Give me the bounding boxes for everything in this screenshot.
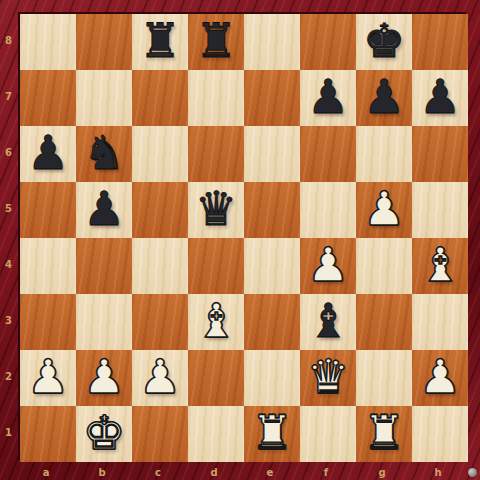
square-g2[interactable] (356, 350, 412, 406)
square-c4[interactable] (132, 238, 188, 294)
square-e2[interactable] (244, 350, 300, 406)
piece-black-pawn[interactable]: ♟ (419, 73, 461, 120)
square-f4[interactable]: ♟ (300, 238, 356, 294)
square-g4[interactable] (356, 238, 412, 294)
square-d6[interactable] (188, 126, 244, 182)
square-h2[interactable]: ♟ (412, 350, 468, 406)
square-a4[interactable] (20, 238, 76, 294)
square-g6[interactable] (356, 126, 412, 182)
square-b2[interactable]: ♟ (76, 350, 132, 406)
piece-black-rook[interactable]: ♜ (195, 17, 237, 64)
square-c1[interactable] (132, 406, 188, 462)
square-h8[interactable] (412, 14, 468, 70)
square-e1[interactable]: ♜ (244, 406, 300, 462)
square-h5[interactable] (412, 182, 468, 238)
square-d4[interactable] (188, 238, 244, 294)
square-a3[interactable] (20, 294, 76, 350)
piece-white-rook[interactable]: ♜ (251, 409, 293, 456)
square-g7[interactable]: ♟ (356, 70, 412, 126)
piece-white-pawn[interactable]: ♟ (27, 353, 69, 400)
square-f6[interactable] (300, 126, 356, 182)
square-e8[interactable] (244, 14, 300, 70)
square-h6[interactable] (412, 126, 468, 182)
square-h3[interactable] (412, 294, 468, 350)
square-e4[interactable] (244, 238, 300, 294)
square-c2[interactable]: ♟ (132, 350, 188, 406)
piece-white-queen[interactable]: ♛ (307, 353, 349, 400)
piece-white-pawn[interactable]: ♟ (307, 241, 349, 288)
piece-white-pawn[interactable]: ♟ (419, 353, 461, 400)
piece-white-bishop[interactable]: ♝ (419, 241, 461, 288)
square-g8[interactable]: ♚ (356, 14, 412, 70)
square-c3[interactable] (132, 294, 188, 350)
square-f2[interactable]: ♛ (300, 350, 356, 406)
square-e7[interactable] (244, 70, 300, 126)
piece-black-pawn[interactable]: ♟ (27, 129, 69, 176)
square-h7[interactable]: ♟ (412, 70, 468, 126)
square-f7[interactable]: ♟ (300, 70, 356, 126)
square-b5[interactable]: ♟ (76, 182, 132, 238)
piece-black-pawn[interactable]: ♟ (83, 185, 125, 232)
square-d7[interactable] (188, 70, 244, 126)
piece-black-pawn[interactable]: ♟ (307, 73, 349, 120)
square-f3[interactable]: ♝ (300, 294, 356, 350)
square-d8[interactable]: ♜ (188, 14, 244, 70)
square-b1[interactable]: ♚ (76, 406, 132, 462)
corner-knob-icon (468, 468, 477, 477)
piece-white-pawn[interactable]: ♟ (83, 353, 125, 400)
square-g1[interactable]: ♜ (356, 406, 412, 462)
piece-white-pawn[interactable]: ♟ (139, 353, 181, 400)
piece-white-rook[interactable]: ♜ (363, 409, 405, 456)
square-c7[interactable] (132, 70, 188, 126)
square-c6[interactable] (132, 126, 188, 182)
square-h1[interactable] (412, 406, 468, 462)
square-d5[interactable]: ♛ (188, 182, 244, 238)
square-c8[interactable]: ♜ (132, 14, 188, 70)
square-e5[interactable] (244, 182, 300, 238)
piece-black-knight[interactable]: ♞ (83, 129, 125, 176)
square-b3[interactable] (76, 294, 132, 350)
square-e6[interactable] (244, 126, 300, 182)
square-a1[interactable] (20, 406, 76, 462)
square-a6[interactable]: ♟ (20, 126, 76, 182)
square-c5[interactable] (132, 182, 188, 238)
square-a2[interactable]: ♟ (20, 350, 76, 406)
square-g3[interactable] (356, 294, 412, 350)
square-b4[interactable] (76, 238, 132, 294)
square-a5[interactable] (20, 182, 76, 238)
square-d3[interactable]: ♝ (188, 294, 244, 350)
square-f8[interactable] (300, 14, 356, 70)
square-d2[interactable] (188, 350, 244, 406)
square-f5[interactable] (300, 182, 356, 238)
piece-black-queen[interactable]: ♛ (195, 185, 237, 232)
square-e3[interactable] (244, 294, 300, 350)
chess-board: ♜♜♚♟♟♟♟♞♟♛♟♟♝♝♝♟♟♟♛♟♚♜♜ (18, 12, 466, 460)
piece-white-pawn[interactable]: ♟ (363, 185, 405, 232)
square-g5[interactable]: ♟ (356, 182, 412, 238)
piece-black-bishop[interactable]: ♝ (307, 297, 349, 344)
square-b6[interactable]: ♞ (76, 126, 132, 182)
square-d1[interactable] (188, 406, 244, 462)
piece-black-rook[interactable]: ♜ (139, 17, 181, 64)
square-a7[interactable] (20, 70, 76, 126)
square-f1[interactable] (300, 406, 356, 462)
piece-black-pawn[interactable]: ♟ (363, 73, 405, 120)
square-b7[interactable] (76, 70, 132, 126)
square-h4[interactable]: ♝ (412, 238, 468, 294)
chess-board-window: ♜♜♚♟♟♟♟♞♟♛♟♟♝♝♝♟♟♟♛♟♚♜♜ 87654321 abcdefg… (0, 0, 480, 480)
square-a8[interactable] (20, 14, 76, 70)
piece-white-bishop[interactable]: ♝ (195, 297, 237, 344)
square-b8[interactable] (76, 14, 132, 70)
piece-black-king[interactable]: ♚ (363, 17, 405, 64)
piece-white-king[interactable]: ♚ (83, 409, 125, 456)
